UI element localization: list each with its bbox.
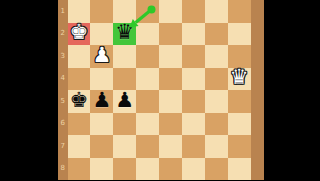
square-g7[interactable] [90,135,113,158]
video-frame: 12345678 ♚♛♟♛♚♟♟ [0,0,320,180]
square-a7[interactable] [228,135,251,158]
square-e2[interactable] [136,23,159,46]
square-e5[interactable] [136,90,159,113]
square-d2[interactable] [159,23,182,46]
square-c1[interactable] [182,0,205,23]
square-a6[interactable] [228,113,251,136]
rank-label-7: 7 [58,135,68,158]
black-queen[interactable]: ♛ [115,22,134,43]
square-e8[interactable] [136,158,159,181]
square-g1[interactable] [90,0,113,23]
square-b3[interactable] [205,45,228,68]
square-d3[interactable] [159,45,182,68]
chess-board: 12345678 ♚♛♟♛♚♟♟ [58,0,264,180]
letterbox-left [0,0,58,180]
square-e6[interactable] [136,113,159,136]
rank-label-2: 2 [58,23,68,46]
square-g6[interactable] [90,113,113,136]
square-f2[interactable]: ♛ [113,23,136,46]
square-g3[interactable]: ♟ [90,45,113,68]
rank-label-8: 8 [58,158,68,181]
square-h6[interactable] [68,113,91,136]
square-e7[interactable] [136,135,159,158]
board-border-right [251,0,265,180]
square-f4[interactable] [113,68,136,91]
square-g8[interactable] [90,158,113,181]
square-a3[interactable] [228,45,251,68]
square-d8[interactable] [159,158,182,181]
square-h7[interactable] [68,135,91,158]
square-e3[interactable] [136,45,159,68]
square-c5[interactable] [182,90,205,113]
square-b7[interactable] [205,135,228,158]
rank-label-4: 4 [58,68,68,91]
square-b4[interactable] [205,68,228,91]
black-pawn[interactable]: ♟ [92,90,111,111]
rank-label-6: 6 [58,113,68,136]
square-d7[interactable] [159,135,182,158]
black-king[interactable]: ♚ [70,90,89,111]
square-h4[interactable] [68,68,91,91]
square-a8[interactable] [228,158,251,181]
square-c7[interactable] [182,135,205,158]
square-f1[interactable] [113,0,136,23]
white-king[interactable]: ♚ [70,22,89,43]
square-a1[interactable] [228,0,251,23]
square-b1[interactable] [205,0,228,23]
square-e1[interactable] [136,0,159,23]
square-c4[interactable] [182,68,205,91]
white-pawn[interactable]: ♟ [92,45,111,66]
square-g2[interactable] [90,23,113,46]
rank-label-5: 5 [58,90,68,113]
square-h5[interactable]: ♚ [68,90,91,113]
square-g5[interactable]: ♟ [90,90,113,113]
square-e4[interactable] [136,68,159,91]
square-c2[interactable] [182,23,205,46]
square-f7[interactable] [113,135,136,158]
rank-labels: 12345678 [58,0,68,180]
square-c8[interactable] [182,158,205,181]
square-h2[interactable]: ♚ [68,23,91,46]
square-h8[interactable] [68,158,91,181]
square-b8[interactable] [205,158,228,181]
letterbox-right [264,0,320,180]
square-b6[interactable] [205,113,228,136]
square-d1[interactable] [159,0,182,23]
square-f8[interactable] [113,158,136,181]
white-queen[interactable]: ♛ [230,67,249,88]
rank-label-3: 3 [58,45,68,68]
square-b5[interactable] [205,90,228,113]
square-a2[interactable] [228,23,251,46]
square-d5[interactable] [159,90,182,113]
black-pawn[interactable]: ♟ [115,90,134,111]
square-c6[interactable] [182,113,205,136]
square-h3[interactable] [68,45,91,68]
square-b2[interactable] [205,23,228,46]
square-a5[interactable] [228,90,251,113]
square-c3[interactable] [182,45,205,68]
square-h1[interactable] [68,0,91,23]
square-a4[interactable]: ♛ [228,68,251,91]
square-d4[interactable] [159,68,182,91]
square-f5[interactable]: ♟ [113,90,136,113]
square-g4[interactable] [90,68,113,91]
rank-label-1: 1 [58,0,68,23]
square-f3[interactable] [113,45,136,68]
square-d6[interactable] [159,113,182,136]
square-f6[interactable] [113,113,136,136]
board-grid[interactable]: ♚♛♟♛♚♟♟ [68,0,251,180]
